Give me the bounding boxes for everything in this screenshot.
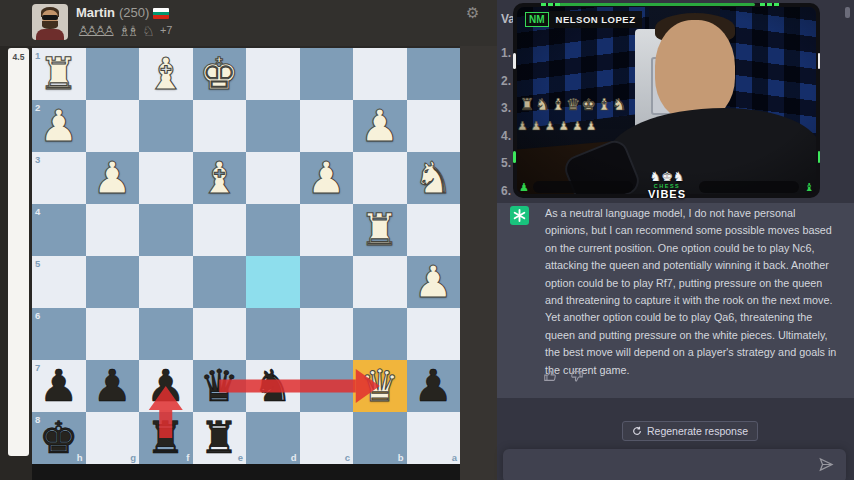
streamer-name: NELSON LOPEZ (549, 11, 643, 28)
square-f5[interactable] (139, 256, 193, 308)
piece-wK-e1[interactable]: ♚ (200, 48, 239, 100)
bulgaria-flag-icon (153, 8, 169, 19)
player-bar: Martin(250) ♙♙♙♙♗♗♘+7 ⚙ (0, 0, 497, 46)
avatar[interactable] (32, 4, 68, 40)
file-label-c: c (345, 452, 350, 463)
move-number-4: 4. (501, 129, 511, 143)
square-f1[interactable]: ♝ (139, 48, 193, 100)
square-e6[interactable] (193, 308, 247, 360)
square-b6[interactable] (353, 308, 407, 360)
piece-bQ-e7[interactable]: ♛ (200, 360, 239, 412)
piece-bN-d7[interactable]: ♞ (253, 360, 292, 412)
captured-pieces-row: ♙♙♙♙♗♗♘+7 (77, 23, 172, 39)
square-c3[interactable]: ♟ (300, 152, 354, 204)
green-bishop-icon: ♝ (804, 181, 814, 194)
nameplate-right (699, 181, 799, 193)
green-dash (760, 3, 765, 6)
square-h6[interactable]: 6 (32, 308, 86, 360)
chat-input[interactable] (503, 449, 846, 480)
square-g3[interactable]: ♟ (86, 152, 140, 204)
square-d2[interactable] (246, 100, 300, 152)
square-c5[interactable] (300, 256, 354, 308)
player-name[interactable]: Martin (76, 5, 115, 20)
chatgpt-panel: Va 1.2.3.4.5.6. As a neutral language mo… (497, 0, 854, 480)
green-corner-tick (818, 151, 821, 163)
piece-bP-a7[interactable]: ♟ (414, 360, 453, 412)
logo-king-emblem: ♞♚♞ (637, 170, 697, 183)
file-label-f: f (186, 452, 189, 463)
file-label-h: h (77, 452, 83, 463)
piece-bK-h8[interactable]: ♚ (39, 412, 78, 464)
move-number-3: 3. (501, 101, 511, 115)
square-d1[interactable] (246, 48, 300, 100)
evaluation-bar: 4.5 (8, 48, 29, 456)
square-f6[interactable] (139, 308, 193, 360)
file-label-a: a (452, 452, 457, 463)
square-b7[interactable]: ♛ (353, 360, 407, 412)
square-a2[interactable] (407, 100, 461, 152)
rank-label-6: 6 (35, 310, 40, 321)
captured-knight-group: ♘ (142, 23, 151, 39)
green-dash (767, 3, 772, 6)
piece-bP-g7[interactable]: ♟ (93, 360, 132, 412)
assistant-message: As a neutral language model, I do not ha… (497, 203, 854, 398)
square-f2[interactable] (139, 100, 193, 152)
square-e3[interactable]: ♝ (193, 152, 247, 204)
square-g7[interactable]: ♟ (86, 360, 140, 412)
player-name-row: Martin(250) (76, 5, 149, 21)
square-h2[interactable]: 2♟ (32, 100, 86, 152)
panel-gap (460, 46, 497, 480)
square-e8[interactable]: e♜ (193, 412, 247, 464)
square-g1[interactable] (86, 48, 140, 100)
green-dash (541, 3, 546, 6)
square-h1[interactable]: 1♜ (32, 48, 86, 100)
square-a5[interactable]: ♟ (407, 256, 461, 308)
piece-bP-f7[interactable]: ♟ (146, 360, 185, 412)
square-c6[interactable] (300, 308, 354, 360)
square-b4[interactable]: ♜ (353, 204, 407, 256)
square-b2[interactable]: ♟ (353, 100, 407, 152)
square-f7[interactable]: ♟ (139, 360, 193, 412)
square-e5[interactable] (193, 256, 247, 308)
captured-bishop-group: ♗♗ (118, 23, 135, 39)
webcam-video: ♜♞♝♛♚♝♞ ♟♟♟♟♟♟ (517, 7, 816, 194)
white-corner-tick (513, 53, 516, 69)
square-a4[interactable] (407, 204, 461, 256)
piece-wP-c3[interactable]: ♟ (307, 152, 346, 204)
square-c2[interactable] (300, 100, 354, 152)
piece-wR-b4[interactable]: ♜ (360, 204, 399, 256)
square-a8[interactable]: a (407, 412, 461, 464)
rank-label-8: 8 (35, 414, 40, 425)
square-a3[interactable]: ♞ (407, 152, 461, 204)
move-number-1: 1. (501, 46, 511, 60)
scrollbar-thumb[interactable] (845, 7, 850, 18)
board-bottom-strip (32, 464, 460, 480)
avatar-sunglasses (42, 15, 58, 20)
regenerate-icon (632, 426, 642, 436)
green-dash (774, 3, 779, 6)
green-dash (548, 3, 553, 6)
logo-text-vibes: VIBES (637, 189, 697, 200)
regenerate-label: Regenerate response (647, 425, 748, 437)
square-e2[interactable] (193, 100, 247, 152)
chess-board[interactable]: 1♜♝♚2♟♟3♟♝♟♞4♜5♟67♟♟♟♛♞♛♟8h♚gf♜e♜dcba (32, 48, 460, 464)
file-label-g: g (130, 452, 136, 463)
green-pawn-icon: ♟ (519, 181, 529, 194)
title-badge: NM NELSON LOPEZ (525, 11, 642, 28)
square-g6[interactable] (86, 308, 140, 360)
square-a6[interactable] (407, 308, 461, 360)
square-f4[interactable] (139, 204, 193, 256)
square-a7[interactable]: ♟ (407, 360, 461, 412)
square-d7[interactable]: ♞ (246, 360, 300, 412)
send-icon[interactable] (819, 457, 834, 472)
piece-wP-h2[interactable]: ♟ (39, 100, 78, 152)
square-f8[interactable]: f♜ (139, 412, 193, 464)
chess-vibes-logo: ♞♚♞ CHESS VIBES (637, 170, 697, 201)
square-h8[interactable]: 8h♚ (32, 412, 86, 464)
piece-bR-e8[interactable]: ♜ (200, 412, 239, 464)
player-rating: (250) (119, 5, 149, 20)
stream-frame: Martin(250) ♙♙♙♙♗♗♘+7 ⚙ 4.5 1♜♝♚2♟♟3♟♝♟♞… (0, 0, 854, 480)
green-top-line (559, 3, 755, 6)
rank-label-1: 1 (35, 50, 40, 61)
green-corner-tick (513, 151, 516, 163)
move-number-6: 6. (501, 184, 511, 198)
square-c7[interactable] (300, 360, 354, 412)
chatgpt-logo-icon (510, 206, 529, 225)
thumbs-down-icon[interactable] (570, 369, 584, 383)
square-b8[interactable]: b (353, 412, 407, 464)
square-g5[interactable] (86, 256, 140, 308)
square-a1[interactable] (407, 48, 461, 100)
square-c8[interactable]: c (300, 412, 354, 464)
square-e4[interactable] (193, 204, 247, 256)
square-f3[interactable] (139, 152, 193, 204)
thumbs-up-icon[interactable] (543, 369, 557, 383)
nm-title: NM (525, 12, 549, 27)
gear-icon[interactable]: ⚙ (466, 4, 479, 22)
square-h5[interactable]: 5 (32, 256, 86, 308)
move-number-2: 2. (501, 74, 511, 88)
square-b1[interactable] (353, 48, 407, 100)
piece-wB-e3[interactable]: ♝ (200, 152, 239, 204)
material-score: +7 (160, 24, 173, 36)
square-g8[interactable]: g (86, 412, 140, 464)
square-d3[interactable] (246, 152, 300, 204)
square-b3[interactable] (353, 152, 407, 204)
square-c1[interactable] (300, 48, 354, 100)
piece-bP-h7[interactable]: ♟ (39, 360, 78, 412)
rank-label-5: 5 (35, 258, 40, 269)
avatar-beard (42, 21, 58, 29)
piece-wP-g3[interactable]: ♟ (93, 152, 132, 204)
piece-wQ-b7[interactable]: ♛ (360, 360, 399, 412)
piece-wB-f1[interactable]: ♝ (146, 48, 185, 100)
nameplate-left (533, 181, 633, 193)
square-b5[interactable] (353, 256, 407, 308)
piece-wP-b2[interactable]: ♟ (360, 100, 399, 152)
assistant-message-text: As a neutral language model, I do not ha… (545, 205, 839, 379)
rank-label-2: 2 (35, 102, 40, 113)
rank-label-4: 4 (35, 206, 40, 217)
captured-piece-icons: ♙♙♙♙♗♗♘ (77, 23, 158, 39)
evaluation-value: 4.5 (8, 52, 29, 62)
file-label-b: b (398, 452, 404, 463)
piece-wP-a5[interactable]: ♟ (414, 256, 453, 308)
square-e1[interactable]: ♚ (193, 48, 247, 100)
rank-label-7: 7 (35, 362, 40, 373)
square-g4[interactable] (86, 204, 140, 256)
piece-wR-h1[interactable]: ♜ (39, 48, 78, 100)
rank-label-3: 3 (35, 154, 40, 165)
feedback-row (543, 369, 584, 383)
captured-pawn-group: ♙♙♙♙ (77, 23, 111, 39)
file-label-e: e (238, 452, 243, 463)
file-label-d: d (291, 452, 297, 463)
square-h4[interactable]: 4 (32, 204, 86, 256)
piece-bR-f8[interactable]: ♜ (146, 412, 185, 464)
square-h7[interactable]: 7♟ (32, 360, 86, 412)
square-d4[interactable] (246, 204, 300, 256)
regenerate-response-button[interactable]: Regenerate response (622, 421, 758, 441)
white-corner-tick (818, 53, 821, 69)
square-e7[interactable]: ♛ (193, 360, 247, 412)
avatar-shirt (36, 29, 64, 40)
square-h3[interactable]: 3 (32, 152, 86, 204)
square-d5[interactable] (246, 256, 300, 308)
webcam-frame: ♜♞♝♛♚♝♞ ♟♟♟♟♟♟ NM NELSON LOPEZ (513, 3, 820, 198)
move-number-5: 5. (501, 156, 511, 170)
green-dash (555, 3, 560, 6)
square-d6[interactable] (246, 308, 300, 360)
square-g2[interactable] (86, 100, 140, 152)
piece-wN-a3[interactable]: ♞ (414, 152, 453, 204)
square-d8[interactable]: d (246, 412, 300, 464)
square-c4[interactable] (300, 204, 354, 256)
vignette (517, 7, 816, 194)
